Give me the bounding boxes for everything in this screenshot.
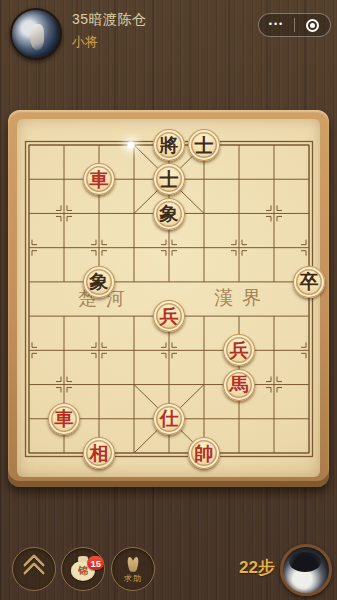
piece-red-chariot[interactable]: 車 [48,403,80,435]
piece-black-elephant[interactable]: 象 [83,266,115,298]
ellipsis-icon: ••• [269,20,284,30]
expand-button[interactable] [12,547,56,591]
level-title: 35暗渡陈仓 [72,11,147,29]
close-button[interactable] [295,14,330,36]
praying-hands-icon [127,557,139,572]
help-button[interactable]: 求助 [111,547,155,591]
piece-black-advisor[interactable]: 士 [188,129,220,161]
piece-black-general[interactable]: 將 [153,129,185,161]
brocade-bag-icon: 锦 15 [71,561,95,581]
piece-red-horse[interactable]: 馬 [223,369,255,401]
hint-bag-button[interactable]: 锦 15 [61,547,105,591]
hint-count-badge: 15 [87,556,104,570]
piece-red-soldier[interactable]: 兵 [223,334,255,366]
piece-black-elephant[interactable]: 象 [153,198,185,230]
piece-red-soldier[interactable]: 兵 [153,300,185,332]
piece-red-elephant[interactable]: 相 [83,437,115,469]
piece-red-advisor[interactable]: 仕 [153,403,185,435]
rank-label: 小将 [72,33,98,51]
move-counter: 22步 [239,556,275,579]
wechat-capsule: ••• [258,13,331,37]
opponent-avatar[interactable] [280,544,332,596]
more-button[interactable]: ••• [259,14,294,36]
player-avatar-top[interactable] [10,8,62,60]
piece-red-chariot[interactable]: 車 [83,163,115,195]
piece-black-soldier[interactable]: 卒 [293,266,325,298]
piece-red-general[interactable]: 帥 [188,437,220,469]
target-circle-icon [306,19,319,32]
piece-black-advisor[interactable]: 士 [153,163,185,195]
xiangqi-board[interactable]: 將士士車象象卒兵兵馬仕車相帥 [12,128,327,470]
app-screen: { "game": "xiangqi", "header": { "title"… [0,0,337,600]
help-label: 求助 [124,573,142,584]
